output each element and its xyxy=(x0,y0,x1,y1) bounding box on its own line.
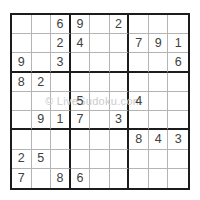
sudoku-cell[interactable] xyxy=(110,92,130,111)
sudoku-cell[interactable]: 6 xyxy=(168,53,188,72)
sudoku-cell[interactable] xyxy=(129,53,149,72)
given-digit: 1 xyxy=(56,113,63,126)
sudoku-cell[interactable] xyxy=(90,92,110,111)
sudoku-cell[interactable] xyxy=(12,111,32,130)
given-digit: 8 xyxy=(56,172,63,185)
sudoku-cell[interactable] xyxy=(129,150,149,169)
sudoku-cell[interactable]: 4 xyxy=(129,92,149,111)
sudoku-cell[interactable]: 8 xyxy=(12,73,32,92)
sudoku-board: © LiveSudoku.com 69224791936825491738432… xyxy=(10,13,190,190)
sudoku-cell[interactable] xyxy=(51,150,71,169)
sudoku-cell[interactable] xyxy=(168,111,188,130)
given-digit: 7 xyxy=(76,113,83,126)
given-digit: 2 xyxy=(37,76,44,89)
given-digit: 4 xyxy=(155,133,162,146)
sudoku-cell[interactable]: 9 xyxy=(12,53,32,72)
given-digit: 6 xyxy=(76,172,83,185)
sudoku-cell[interactable] xyxy=(149,15,169,34)
sudoku-cell[interactable] xyxy=(12,92,32,111)
sudoku-cell[interactable]: 7 xyxy=(12,169,32,188)
sudoku-cell[interactable] xyxy=(12,34,32,53)
sudoku-cell[interactable] xyxy=(51,73,71,92)
sudoku-cell[interactable]: 3 xyxy=(168,130,188,149)
given-digit: 9 xyxy=(155,37,162,50)
given-digit: 3 xyxy=(56,56,63,69)
sudoku-cell[interactable]: 9 xyxy=(32,111,52,130)
sudoku-cell[interactable]: 7 xyxy=(71,111,91,130)
sudoku-cell[interactable] xyxy=(168,169,188,188)
sudoku-cell[interactable] xyxy=(32,53,52,72)
sudoku-cell[interactable]: 6 xyxy=(71,169,91,188)
sudoku-cell[interactable] xyxy=(129,15,149,34)
sudoku-cell[interactable] xyxy=(71,150,91,169)
sudoku-cell[interactable]: 8 xyxy=(129,130,149,149)
given-digit: 3 xyxy=(115,113,122,126)
sudoku-cell[interactable]: 3 xyxy=(110,111,130,130)
sudoku-cell[interactable] xyxy=(149,92,169,111)
sudoku-cell[interactable] xyxy=(90,53,110,72)
sudoku-cell[interactable]: 7 xyxy=(129,34,149,53)
sudoku-cell[interactable] xyxy=(149,53,169,72)
sudoku-cell[interactable] xyxy=(149,169,169,188)
sudoku-cell[interactable] xyxy=(149,73,169,92)
sudoku-cell[interactable] xyxy=(110,130,130,149)
sudoku-cell[interactable] xyxy=(32,169,52,188)
sudoku-cell[interactable] xyxy=(90,111,110,130)
sudoku-cell[interactable]: 4 xyxy=(149,130,169,149)
sudoku-cell[interactable] xyxy=(32,15,52,34)
given-digit: 2 xyxy=(115,18,122,31)
page: © LiveSudoku.com 69224791936825491738432… xyxy=(0,0,200,200)
sudoku-cell[interactable]: 2 xyxy=(32,73,52,92)
sudoku-cell[interactable] xyxy=(149,150,169,169)
sudoku-cell[interactable]: 1 xyxy=(168,34,188,53)
sudoku-cell[interactable] xyxy=(71,53,91,72)
given-digit: 1 xyxy=(175,37,182,50)
sudoku-cell[interactable]: 6 xyxy=(51,15,71,34)
sudoku-cell[interactable] xyxy=(32,92,52,111)
sudoku-cell[interactable] xyxy=(110,73,130,92)
sudoku-cell[interactable] xyxy=(168,92,188,111)
sudoku-cell[interactable] xyxy=(90,130,110,149)
given-digit: 6 xyxy=(56,18,63,31)
sudoku-cell[interactable] xyxy=(90,169,110,188)
given-digit: 6 xyxy=(175,56,182,69)
sudoku-cell[interactable] xyxy=(51,130,71,149)
sudoku-cell[interactable]: 1 xyxy=(51,111,71,130)
sudoku-cell[interactable] xyxy=(110,53,130,72)
sudoku-cell[interactable] xyxy=(129,169,149,188)
sudoku-cell[interactable] xyxy=(12,15,32,34)
sudoku-cell[interactable] xyxy=(90,150,110,169)
sudoku-cell[interactable] xyxy=(168,150,188,169)
sudoku-cell[interactable]: 5 xyxy=(32,150,52,169)
sudoku-cell[interactable]: 8 xyxy=(51,169,71,188)
given-digit: 5 xyxy=(37,152,44,165)
sudoku-cell[interactable] xyxy=(32,34,52,53)
given-digit: 2 xyxy=(56,37,63,50)
sudoku-cell[interactable]: 9 xyxy=(71,15,91,34)
sudoku-cell[interactable]: 3 xyxy=(51,53,71,72)
sudoku-cell[interactable]: 2 xyxy=(12,150,32,169)
given-digit: 7 xyxy=(18,172,25,185)
sudoku-cell[interactable]: 2 xyxy=(51,34,71,53)
given-digit: 4 xyxy=(76,37,83,50)
given-digit: 7 xyxy=(135,37,142,50)
sudoku-cell[interactable] xyxy=(168,73,188,92)
sudoku-cell[interactable]: 2 xyxy=(110,15,130,34)
sudoku-cell[interactable] xyxy=(110,169,130,188)
given-digit: 9 xyxy=(37,113,44,126)
sudoku-cell[interactable] xyxy=(90,73,110,92)
sudoku-cell[interactable]: 5 xyxy=(71,92,91,111)
given-digit: 4 xyxy=(135,95,142,108)
given-digit: 3 xyxy=(175,133,182,146)
sudoku-cell[interactable] xyxy=(71,73,91,92)
sudoku-cell[interactable] xyxy=(12,130,32,149)
given-digit: 9 xyxy=(76,18,83,31)
given-digit: 5 xyxy=(76,95,83,108)
sudoku-cell[interactable] xyxy=(129,111,149,130)
sudoku-cell[interactable]: 4 xyxy=(71,34,91,53)
sudoku-cell[interactable] xyxy=(71,130,91,149)
given-digit: 8 xyxy=(135,133,142,146)
sudoku-cell[interactable] xyxy=(32,130,52,149)
sudoku-cell[interactable] xyxy=(129,73,149,92)
sudoku-cell[interactable] xyxy=(110,34,130,53)
given-digit: 2 xyxy=(18,152,25,165)
sudoku-cell[interactable] xyxy=(51,92,71,111)
sudoku-cell[interactable]: 9 xyxy=(149,34,169,53)
sudoku-cell[interactable] xyxy=(168,15,188,34)
sudoku-cell[interactable] xyxy=(110,150,130,169)
given-digit: 9 xyxy=(18,56,25,69)
sudoku-cell[interactable] xyxy=(90,15,110,34)
sudoku-cell[interactable] xyxy=(90,34,110,53)
given-digit: 8 xyxy=(18,76,25,89)
sudoku-cell[interactable] xyxy=(149,111,169,130)
